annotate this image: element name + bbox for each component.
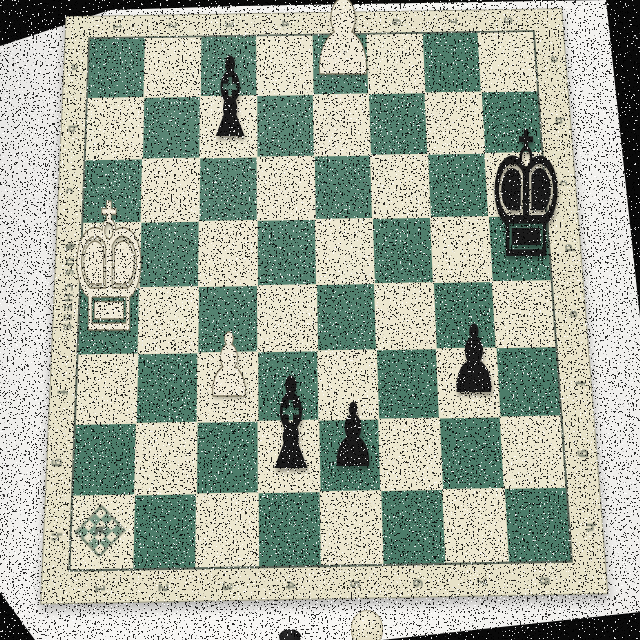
label-left-g: g <box>52 458 65 467</box>
label-left-b: b <box>66 124 78 132</box>
offboard-black-piece[interactable] <box>279 629 301 640</box>
square-c7[interactable] <box>428 154 488 217</box>
label-right-e: e <box>568 310 581 318</box>
square-g6[interactable] <box>380 419 443 490</box>
square-d3[interactable] <box>199 220 257 285</box>
square-a4[interactable] <box>257 35 313 95</box>
square-b7[interactable] <box>426 92 485 153</box>
label-right-a: a <box>549 56 561 63</box>
square-h5[interactable] <box>320 491 383 565</box>
black-pawn-f7[interactable]: ♟ <box>448 326 500 394</box>
label-top-3: 3 <box>223 21 234 28</box>
square-g2[interactable] <box>135 423 196 495</box>
square-b2[interactable] <box>143 97 200 158</box>
square-a1[interactable] <box>88 38 145 98</box>
square-b1[interactable] <box>86 98 144 159</box>
label-bottom-8: 8 <box>538 576 551 586</box>
square-h6[interactable] <box>382 490 446 564</box>
black-bishop-g4[interactable]: ♝ <box>259 378 323 470</box>
label-left-a: a <box>69 64 81 71</box>
label-bottom-3: 3 <box>220 582 233 592</box>
square-a8[interactable] <box>478 32 537 91</box>
label-bottom-1: 1 <box>93 584 106 594</box>
square-e5[interactable] <box>316 284 376 351</box>
label-top-1: 1 <box>111 23 123 30</box>
square-g8[interactable] <box>501 417 566 488</box>
offboard-white-piece[interactable] <box>351 610 383 640</box>
square-h3[interactable] <box>196 493 258 567</box>
black-pawn-g5[interactable]: ♟ <box>329 404 378 468</box>
square-g7[interactable] <box>440 418 504 489</box>
black-king-d8[interactable]: ♚ <box>485 133 566 259</box>
square-c4[interactable] <box>257 156 314 219</box>
white-pawn-a5[interactable]: ♟ <box>308 0 379 76</box>
label-bottom-5: 5 <box>347 580 360 590</box>
label-top-2: 2 <box>167 22 178 29</box>
label-right-g: g <box>578 449 591 458</box>
square-f6[interactable] <box>377 350 439 419</box>
label-left-f: f <box>55 389 68 395</box>
square-e4[interactable] <box>258 285 317 352</box>
label-bottom-4: 4 <box>284 581 297 591</box>
square-e6[interactable] <box>375 283 436 350</box>
label-top-4: 4 <box>279 20 290 27</box>
square-c3[interactable] <box>199 157 256 220</box>
square-h8[interactable] <box>505 488 571 562</box>
emblem-knight-icon: ♞ <box>93 523 109 538</box>
square-g1[interactable] <box>73 424 135 496</box>
label-bottom-2: 2 <box>157 583 170 593</box>
square-d5[interactable] <box>315 219 374 284</box>
white-pawn-f3[interactable]: ♟ <box>205 334 254 398</box>
label-top-8: 8 <box>502 17 514 24</box>
square-a7[interactable] <box>423 33 481 92</box>
square-h1[interactable]: ♞ <box>70 496 133 570</box>
square-d4[interactable] <box>257 220 315 285</box>
square-f8[interactable] <box>497 348 561 417</box>
square-d6[interactable] <box>373 218 433 283</box>
square-h2[interactable] <box>133 495 195 569</box>
label-top-7: 7 <box>446 17 458 24</box>
square-d7[interactable] <box>431 217 492 282</box>
square-c6[interactable] <box>371 154 430 217</box>
label-right-h: h <box>584 522 597 532</box>
square-g3[interactable] <box>197 422 258 493</box>
label-left-h: h <box>49 532 62 542</box>
square-c5[interactable] <box>314 155 372 218</box>
black-bishop-b3[interactable]: ♝ <box>202 58 257 138</box>
square-b4[interactable] <box>257 95 313 156</box>
square-h4[interactable] <box>258 492 320 566</box>
us-chess-corner-emblem: ♞ <box>75 505 126 558</box>
square-h7[interactable] <box>443 489 508 563</box>
white-king-e1[interactable]: ♚ <box>68 205 151 333</box>
label-bottom-6: 6 <box>411 578 424 588</box>
chess-photo-scene: ♞ 1234567812345678abcfghabcdefgh ♞ US CH… <box>0 0 640 640</box>
label-right-f: f <box>573 380 586 386</box>
square-a2[interactable] <box>144 37 200 97</box>
label-bottom-7: 7 <box>474 577 487 587</box>
label-top-6: 6 <box>390 18 402 25</box>
